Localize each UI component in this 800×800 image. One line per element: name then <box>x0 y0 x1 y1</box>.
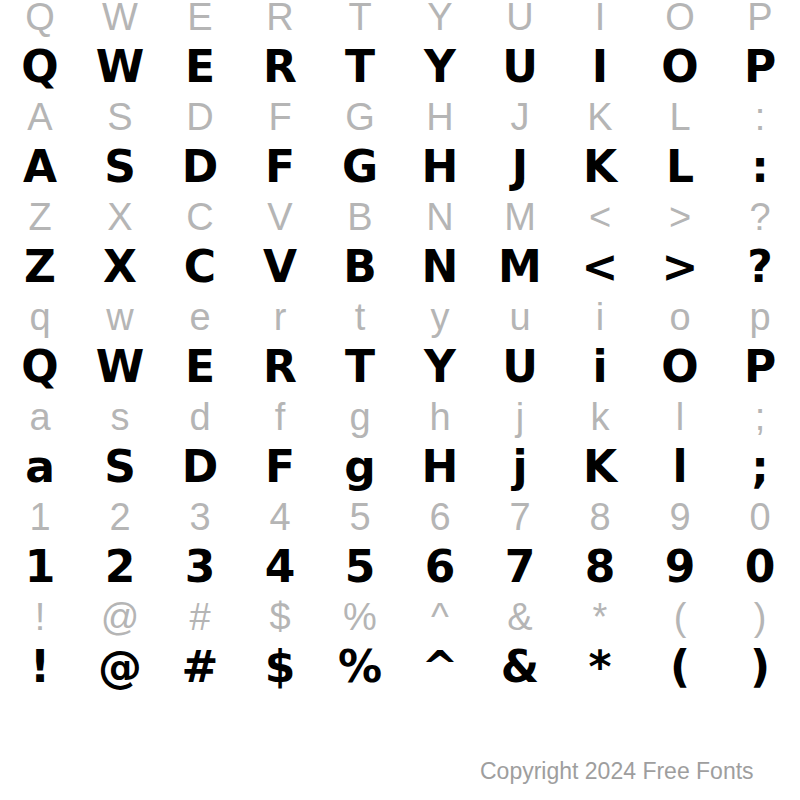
grid-cell-r9c2: s <box>80 392 160 442</box>
grid-cell-r7c7: u <box>480 292 560 342</box>
grid-cell-r9c10: ; <box>720 392 800 442</box>
grid-cell-r12c10: 0 <box>720 542 800 592</box>
grid-cell-r6c7: M <box>480 242 560 292</box>
grid-cell-r13c2: @ <box>80 592 160 642</box>
grid-cell-r4c2: S <box>80 142 160 192</box>
grid-cell-r4c4: F <box>240 142 320 192</box>
grid-cell-r8c6: Y <box>400 342 480 392</box>
grid-cell-r14c5: % <box>320 642 400 692</box>
grid-cell-r2c6: Y <box>400 42 480 92</box>
grid-cell-r2c7: U <box>480 42 560 92</box>
grid-cell-r3c4: F <box>240 92 320 142</box>
grid-cell-r8c10: P <box>720 342 800 392</box>
grid-cell-r10c9: l <box>640 442 720 492</box>
grid-cell-r1c1: Q <box>0 0 80 42</box>
grid-cell-r7c1: q <box>0 292 80 342</box>
grid-cell-r11c4: 4 <box>240 492 320 542</box>
grid-cell-r8c5: T <box>320 342 400 392</box>
grid-cell-r13c6: ^ <box>400 592 480 642</box>
grid-cell-r10c7: j <box>480 442 560 492</box>
grid-cell-r8c3: E <box>160 342 240 392</box>
grid-cell-r10c6: H <box>400 442 480 492</box>
grid-cell-r2c9: O <box>640 42 720 92</box>
grid-cell-r14c8: * <box>560 642 640 692</box>
grid-cell-r14c10: ) <box>720 642 800 692</box>
grid-cell-r8c4: R <box>240 342 320 392</box>
grid-cell-r3c10: : <box>720 92 800 142</box>
grid-cell-r6c5: B <box>320 242 400 292</box>
grid-cell-r1c10: P <box>720 0 800 42</box>
grid-cell-r13c5: % <box>320 592 400 642</box>
grid-cell-r1c6: Y <box>400 0 480 42</box>
grid-cell-r5c7: M <box>480 192 560 242</box>
grid-cell-r13c9: ( <box>640 592 720 642</box>
grid-cell-r3c7: J <box>480 92 560 142</box>
grid-cell-r13c4: $ <box>240 592 320 642</box>
grid-cell-r11c1: 1 <box>0 492 80 542</box>
grid-cell-r11c2: 2 <box>80 492 160 542</box>
grid-cell-r14c7: & <box>480 642 560 692</box>
grid-cell-r12c3: 3 <box>160 542 240 592</box>
grid-cell-r6c1: Z <box>0 242 80 292</box>
grid-cell-r8c1: Q <box>0 342 80 392</box>
grid-cell-r14c2: @ <box>80 642 160 692</box>
grid-cell-r1c4: R <box>240 0 320 42</box>
grid-cell-r10c1: a <box>0 442 80 492</box>
grid-cell-r12c9: 9 <box>640 542 720 592</box>
grid-cell-r14c3: # <box>160 642 240 692</box>
grid-cell-r4c8: K <box>560 142 640 192</box>
grid-cell-r2c4: R <box>240 42 320 92</box>
grid-cell-r7c8: i <box>560 292 640 342</box>
grid-cell-r13c3: # <box>160 592 240 642</box>
grid-cell-r3c8: K <box>560 92 640 142</box>
grid-cell-r1c7: U <box>480 0 560 42</box>
grid-cell-r2c1: Q <box>0 42 80 92</box>
grid-cell-r6c10: ? <box>720 242 800 292</box>
grid-cell-r7c4: r <box>240 292 320 342</box>
grid-cell-r8c9: O <box>640 342 720 392</box>
grid-cell-r11c7: 7 <box>480 492 560 542</box>
grid-cell-r13c7: & <box>480 592 560 642</box>
grid-cell-r5c4: V <box>240 192 320 242</box>
grid-cell-r6c8: < <box>560 242 640 292</box>
grid-cell-r12c2: 2 <box>80 542 160 592</box>
grid-cell-r4c6: H <box>400 142 480 192</box>
grid-cell-r14c6: ^ <box>400 642 480 692</box>
grid-cell-r8c2: W <box>80 342 160 392</box>
grid-cell-r2c2: W <box>80 42 160 92</box>
grid-cell-r9c9: l <box>640 392 720 442</box>
grid-cell-r11c8: 8 <box>560 492 640 542</box>
grid-cell-r1c8: I <box>560 0 640 42</box>
grid-cell-r6c9: > <box>640 242 720 292</box>
grid-cell-r13c1: ! <box>0 592 80 642</box>
grid-cell-r5c5: B <box>320 192 400 242</box>
grid-cell-r1c5: T <box>320 0 400 42</box>
grid-cell-r11c9: 9 <box>640 492 720 542</box>
grid-cell-r5c2: X <box>80 192 160 242</box>
grid-cell-r6c6: N <box>400 242 480 292</box>
grid-cell-r7c2: w <box>80 292 160 342</box>
grid-cell-r5c10: ? <box>720 192 800 242</box>
copyright-text: Copyright 2024 Free Fonts <box>480 758 754 785</box>
grid-cell-r4c1: A <box>0 142 80 192</box>
grid-cell-r9c7: j <box>480 392 560 442</box>
grid-cell-r12c4: 4 <box>240 542 320 592</box>
grid-cell-r6c4: V <box>240 242 320 292</box>
grid-cell-r11c10: 0 <box>720 492 800 542</box>
grid-cell-r9c1: a <box>0 392 80 442</box>
grid-cell-r9c5: g <box>320 392 400 442</box>
grid-cell-r7c5: t <box>320 292 400 342</box>
grid-cell-r10c2: S <box>80 442 160 492</box>
grid-cell-r4c3: D <box>160 142 240 192</box>
grid-cell-r9c8: k <box>560 392 640 442</box>
grid-cell-r10c8: K <box>560 442 640 492</box>
grid-cell-r9c6: h <box>400 392 480 442</box>
grid-cell-r5c9: > <box>640 192 720 242</box>
grid-cell-r10c3: D <box>160 442 240 492</box>
grid-cell-r12c6: 6 <box>400 542 480 592</box>
grid-cell-r2c3: E <box>160 42 240 92</box>
grid-cell-r9c3: d <box>160 392 240 442</box>
grid-cell-r12c7: 7 <box>480 542 560 592</box>
grid-cell-r3c3: D <box>160 92 240 142</box>
grid-cell-r1c9: O <box>640 0 720 42</box>
grid-cell-r13c8: * <box>560 592 640 642</box>
grid-cell-r5c8: < <box>560 192 640 242</box>
character-grid: QWERTYUIOPQWERTYUIOPASDFGHJKL:ASDFGHJKL:… <box>0 0 800 692</box>
grid-cell-r1c3: E <box>160 0 240 42</box>
grid-cell-r4c9: L <box>640 142 720 192</box>
grid-cell-r5c1: Z <box>0 192 80 242</box>
grid-cell-r4c7: J <box>480 142 560 192</box>
font-specimen-page: { "game": "font-specimen-character-map",… <box>0 0 800 800</box>
grid-cell-r4c5: G <box>320 142 400 192</box>
grid-cell-r4c10: : <box>720 142 800 192</box>
grid-cell-r3c1: A <box>0 92 80 142</box>
grid-cell-r14c1: ! <box>0 642 80 692</box>
grid-cell-r3c6: H <box>400 92 480 142</box>
grid-cell-r14c9: ( <box>640 642 720 692</box>
grid-cell-r5c6: N <box>400 192 480 242</box>
grid-cell-r6c3: C <box>160 242 240 292</box>
grid-cell-r9c4: f <box>240 392 320 442</box>
grid-cell-r2c5: T <box>320 42 400 92</box>
grid-cell-r11c3: 3 <box>160 492 240 542</box>
grid-cell-r6c2: X <box>80 242 160 292</box>
grid-cell-r1c2: W <box>80 0 160 42</box>
grid-cell-r7c6: y <box>400 292 480 342</box>
grid-cell-r7c9: o <box>640 292 720 342</box>
grid-cell-r8c7: U <box>480 342 560 392</box>
grid-cell-r13c10: ) <box>720 592 800 642</box>
grid-cell-r2c8: I <box>560 42 640 92</box>
grid-cell-r2c10: P <box>720 42 800 92</box>
grid-cell-r14c4: $ <box>240 642 320 692</box>
grid-cell-r3c5: G <box>320 92 400 142</box>
grid-cell-r5c3: C <box>160 192 240 242</box>
grid-cell-r11c6: 6 <box>400 492 480 542</box>
grid-cell-r12c1: 1 <box>0 542 80 592</box>
grid-cell-r11c5: 5 <box>320 492 400 542</box>
grid-cell-r10c10: ; <box>720 442 800 492</box>
grid-cell-r3c9: L <box>640 92 720 142</box>
grid-cell-r12c8: 8 <box>560 542 640 592</box>
grid-cell-r8c8: i <box>560 342 640 392</box>
grid-cell-r7c10: p <box>720 292 800 342</box>
grid-cell-r7c3: e <box>160 292 240 342</box>
grid-cell-r10c4: F <box>240 442 320 492</box>
grid-cell-r3c2: S <box>80 92 160 142</box>
grid-cell-r10c5: g <box>320 442 400 492</box>
grid-cell-r12c5: 5 <box>320 542 400 592</box>
